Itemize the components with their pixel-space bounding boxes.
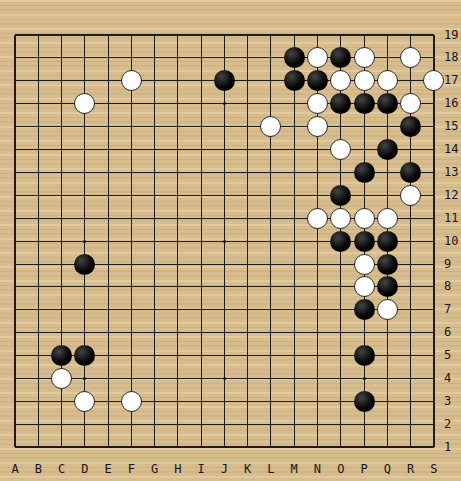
intersection-F18[interactable]: [120, 46, 143, 69]
intersection-F4[interactable]: [120, 367, 143, 390]
white-stone-Q7[interactable]: [377, 299, 398, 320]
intersection-F11[interactable]: [120, 207, 143, 230]
intersection-S5[interactable]: [422, 344, 445, 367]
intersection-A15[interactable]: [3, 115, 26, 138]
intersection-G4[interactable]: [143, 367, 166, 390]
intersection-N17[interactable]: [306, 69, 329, 92]
black-stone-Q8[interactable]: [377, 276, 398, 297]
intersection-M12[interactable]: [283, 184, 306, 207]
intersection-H5[interactable]: [166, 344, 189, 367]
intersection-R16[interactable]: [399, 92, 422, 115]
black-stone-P10[interactable]: [354, 231, 375, 252]
intersection-I16[interactable]: [190, 92, 213, 115]
black-stone-O10[interactable]: [330, 231, 351, 252]
intersection-E14[interactable]: [96, 138, 119, 161]
intersection-K11[interactable]: [236, 207, 259, 230]
intersection-N12[interactable]: [306, 184, 329, 207]
black-stone-Q14[interactable]: [377, 139, 398, 160]
intersection-P15[interactable]: [352, 115, 375, 138]
intersection-C5[interactable]: [50, 344, 73, 367]
intersection-N2[interactable]: [306, 413, 329, 436]
intersection-L9[interactable]: [259, 253, 282, 276]
intersection-L2[interactable]: [259, 413, 282, 436]
intersection-R13[interactable]: [399, 161, 422, 184]
intersection-O3[interactable]: [329, 390, 352, 413]
intersection-K6[interactable]: [236, 321, 259, 344]
intersection-S18[interactable]: [422, 46, 445, 69]
intersection-C18[interactable]: [50, 46, 73, 69]
intersection-C12[interactable]: [50, 184, 73, 207]
intersection-K15[interactable]: [236, 115, 259, 138]
intersection-E6[interactable]: [96, 321, 119, 344]
intersection-F13[interactable]: [120, 161, 143, 184]
intersection-F17[interactable]: [120, 69, 143, 92]
intersection-R8[interactable]: [399, 275, 422, 298]
intersection-K2[interactable]: [236, 413, 259, 436]
intersection-S16[interactable]: [422, 92, 445, 115]
intersection-C9[interactable]: [50, 253, 73, 276]
intersection-Q13[interactable]: [376, 161, 399, 184]
intersection-I9[interactable]: [190, 253, 213, 276]
intersection-P17[interactable]: [352, 69, 375, 92]
intersection-L5[interactable]: [259, 344, 282, 367]
intersection-R3[interactable]: [399, 390, 422, 413]
intersection-C13[interactable]: [50, 161, 73, 184]
intersection-M3[interactable]: [283, 390, 306, 413]
intersection-P14[interactable]: [352, 138, 375, 161]
intersection-Q11[interactable]: [376, 207, 399, 230]
intersection-A7[interactable]: [3, 298, 26, 321]
intersection-E7[interactable]: [96, 298, 119, 321]
intersection-G14[interactable]: [143, 138, 166, 161]
intersection-J9[interactable]: [213, 253, 236, 276]
intersection-O14[interactable]: [329, 138, 352, 161]
intersection-S19[interactable]: [422, 24, 445, 47]
intersection-A11[interactable]: [3, 207, 26, 230]
intersection-O9[interactable]: [329, 253, 352, 276]
intersection-O17[interactable]: [329, 69, 352, 92]
white-stone-P17[interactable]: [354, 70, 375, 91]
intersection-R1[interactable]: [399, 436, 422, 459]
black-stone-Q9[interactable]: [377, 254, 398, 275]
intersection-G17[interactable]: [143, 69, 166, 92]
intersection-Q15[interactable]: [376, 115, 399, 138]
intersection-P11[interactable]: [352, 207, 375, 230]
intersection-F15[interactable]: [120, 115, 143, 138]
intersection-F2[interactable]: [120, 413, 143, 436]
intersection-K5[interactable]: [236, 344, 259, 367]
intersection-B19[interactable]: [27, 24, 50, 47]
intersection-J3[interactable]: [213, 390, 236, 413]
intersection-C6[interactable]: [50, 321, 73, 344]
intersection-L8[interactable]: [259, 275, 282, 298]
intersection-Q4[interactable]: [376, 367, 399, 390]
intersection-B11[interactable]: [27, 207, 50, 230]
intersection-L4[interactable]: [259, 367, 282, 390]
intersection-B2[interactable]: [27, 413, 50, 436]
intersection-B12[interactable]: [27, 184, 50, 207]
intersection-P8[interactable]: [352, 275, 375, 298]
intersection-M10[interactable]: [283, 230, 306, 253]
intersection-S2[interactable]: [422, 413, 445, 436]
intersection-N9[interactable]: [306, 253, 329, 276]
intersection-P3[interactable]: [352, 390, 375, 413]
intersection-H9[interactable]: [166, 253, 189, 276]
intersection-M18[interactable]: [283, 46, 306, 69]
intersection-H17[interactable]: [166, 69, 189, 92]
intersection-R11[interactable]: [399, 207, 422, 230]
intersection-P1[interactable]: [352, 436, 375, 459]
intersection-D3[interactable]: [73, 390, 96, 413]
intersection-G13[interactable]: [143, 161, 166, 184]
intersection-R12[interactable]: [399, 184, 422, 207]
intersection-M8[interactable]: [283, 275, 306, 298]
intersection-N13[interactable]: [306, 161, 329, 184]
intersection-Q18[interactable]: [376, 46, 399, 69]
intersection-D7[interactable]: [73, 298, 96, 321]
intersection-E18[interactable]: [96, 46, 119, 69]
black-stone-P7[interactable]: [354, 299, 375, 320]
intersection-O19[interactable]: [329, 24, 352, 47]
intersection-H11[interactable]: [166, 207, 189, 230]
intersection-S1[interactable]: [422, 436, 445, 459]
black-stone-O12[interactable]: [330, 185, 351, 206]
intersection-J12[interactable]: [213, 184, 236, 207]
intersection-J11[interactable]: [213, 207, 236, 230]
intersection-N16[interactable]: [306, 92, 329, 115]
intersection-L10[interactable]: [259, 230, 282, 253]
intersection-E3[interactable]: [96, 390, 119, 413]
intersection-R17[interactable]: [399, 69, 422, 92]
intersection-O7[interactable]: [329, 298, 352, 321]
intersection-R5[interactable]: [399, 344, 422, 367]
intersection-F12[interactable]: [120, 184, 143, 207]
intersection-D8[interactable]: [73, 275, 96, 298]
intersection-D5[interactable]: [73, 344, 96, 367]
intersection-L14[interactable]: [259, 138, 282, 161]
intersection-M17[interactable]: [283, 69, 306, 92]
intersection-E11[interactable]: [96, 207, 119, 230]
intersection-C11[interactable]: [50, 207, 73, 230]
intersection-D14[interactable]: [73, 138, 96, 161]
intersection-J15[interactable]: [213, 115, 236, 138]
intersection-I19[interactable]: [190, 24, 213, 47]
intersection-M15[interactable]: [283, 115, 306, 138]
intersection-M14[interactable]: [283, 138, 306, 161]
intersection-E4[interactable]: [96, 367, 119, 390]
intersection-E8[interactable]: [96, 275, 119, 298]
intersection-M4[interactable]: [283, 367, 306, 390]
intersection-C7[interactable]: [50, 298, 73, 321]
white-stone-O17[interactable]: [330, 70, 351, 91]
intersection-C2[interactable]: [50, 413, 73, 436]
intersection-B10[interactable]: [27, 230, 50, 253]
intersection-J7[interactable]: [213, 298, 236, 321]
intersection-P6[interactable]: [352, 321, 375, 344]
intersection-I13[interactable]: [190, 161, 213, 184]
intersection-Q10[interactable]: [376, 230, 399, 253]
white-stone-Q17[interactable]: [377, 70, 398, 91]
intersection-H19[interactable]: [166, 24, 189, 47]
intersection-Q17[interactable]: [376, 69, 399, 92]
intersection-G7[interactable]: [143, 298, 166, 321]
intersection-I5[interactable]: [190, 344, 213, 367]
intersection-B16[interactable]: [27, 92, 50, 115]
intersection-M2[interactable]: [283, 413, 306, 436]
intersection-D12[interactable]: [73, 184, 96, 207]
white-stone-Q11[interactable]: [377, 208, 398, 229]
white-stone-P9[interactable]: [354, 254, 375, 275]
intersection-C4[interactable]: [50, 367, 73, 390]
intersection-B15[interactable]: [27, 115, 50, 138]
intersection-B4[interactable]: [27, 367, 50, 390]
intersection-K14[interactable]: [236, 138, 259, 161]
intersection-P7[interactable]: [352, 298, 375, 321]
intersection-I6[interactable]: [190, 321, 213, 344]
intersection-H4[interactable]: [166, 367, 189, 390]
black-stone-Q10[interactable]: [377, 231, 398, 252]
intersection-Q14[interactable]: [376, 138, 399, 161]
white-stone-R12[interactable]: [400, 185, 421, 206]
white-stone-R18[interactable]: [400, 47, 421, 68]
intersection-E9[interactable]: [96, 253, 119, 276]
intersection-A2[interactable]: [3, 413, 26, 436]
black-stone-M17[interactable]: [284, 70, 305, 91]
intersection-H10[interactable]: [166, 230, 189, 253]
intersection-F1[interactable]: [120, 436, 143, 459]
black-stone-P5[interactable]: [354, 345, 375, 366]
intersection-R6[interactable]: [399, 321, 422, 344]
intersection-O12[interactable]: [329, 184, 352, 207]
intersection-F8[interactable]: [120, 275, 143, 298]
intersection-S10[interactable]: [422, 230, 445, 253]
intersection-J2[interactable]: [213, 413, 236, 436]
intersection-O1[interactable]: [329, 436, 352, 459]
white-stone-P18[interactable]: [354, 47, 375, 68]
intersection-Q6[interactable]: [376, 321, 399, 344]
intersection-P12[interactable]: [352, 184, 375, 207]
intersection-I4[interactable]: [190, 367, 213, 390]
intersection-Q19[interactable]: [376, 24, 399, 47]
intersection-Q12[interactable]: [376, 184, 399, 207]
intersection-A18[interactable]: [3, 46, 26, 69]
intersection-G5[interactable]: [143, 344, 166, 367]
intersection-D4[interactable]: [73, 367, 96, 390]
intersection-M9[interactable]: [283, 253, 306, 276]
intersection-I15[interactable]: [190, 115, 213, 138]
white-stone-D3[interactable]: [74, 391, 95, 412]
white-stone-P8[interactable]: [354, 276, 375, 297]
intersection-I14[interactable]: [190, 138, 213, 161]
black-stone-D9[interactable]: [74, 254, 95, 275]
intersection-D19[interactable]: [73, 24, 96, 47]
intersection-O18[interactable]: [329, 46, 352, 69]
intersection-K13[interactable]: [236, 161, 259, 184]
intersection-L17[interactable]: [259, 69, 282, 92]
black-stone-M18[interactable]: [284, 47, 305, 68]
intersection-R15[interactable]: [399, 115, 422, 138]
intersection-N19[interactable]: [306, 24, 329, 47]
intersection-R7[interactable]: [399, 298, 422, 321]
intersection-D18[interactable]: [73, 46, 96, 69]
intersection-M6[interactable]: [283, 321, 306, 344]
white-stone-P11[interactable]: [354, 208, 375, 229]
white-stone-N15[interactable]: [307, 116, 328, 137]
black-stone-D5[interactable]: [74, 345, 95, 366]
intersection-K17[interactable]: [236, 69, 259, 92]
intersection-E13[interactable]: [96, 161, 119, 184]
intersection-A3[interactable]: [3, 390, 26, 413]
intersection-B8[interactable]: [27, 275, 50, 298]
intersection-H14[interactable]: [166, 138, 189, 161]
white-stone-L15[interactable]: [260, 116, 281, 137]
intersection-P13[interactable]: [352, 161, 375, 184]
intersection-S6[interactable]: [422, 321, 445, 344]
intersection-F14[interactable]: [120, 138, 143, 161]
intersection-J10[interactable]: [213, 230, 236, 253]
intersection-P10[interactable]: [352, 230, 375, 253]
intersection-O10[interactable]: [329, 230, 352, 253]
intersection-P4[interactable]: [352, 367, 375, 390]
intersection-H13[interactable]: [166, 161, 189, 184]
intersection-J8[interactable]: [213, 275, 236, 298]
intersection-S3[interactable]: [422, 390, 445, 413]
intersection-E15[interactable]: [96, 115, 119, 138]
intersection-E17[interactable]: [96, 69, 119, 92]
intersection-M16[interactable]: [283, 92, 306, 115]
intersection-K4[interactable]: [236, 367, 259, 390]
intersection-D9[interactable]: [73, 253, 96, 276]
intersection-Q8[interactable]: [376, 275, 399, 298]
black-stone-C5[interactable]: [51, 345, 72, 366]
intersection-A1[interactable]: [3, 436, 26, 459]
intersection-I3[interactable]: [190, 390, 213, 413]
intersection-Q16[interactable]: [376, 92, 399, 115]
intersection-Q2[interactable]: [376, 413, 399, 436]
intersection-B18[interactable]: [27, 46, 50, 69]
black-stone-J17[interactable]: [214, 70, 235, 91]
intersection-A19[interactable]: [3, 24, 26, 47]
intersection-I1[interactable]: [190, 436, 213, 459]
intersection-I8[interactable]: [190, 275, 213, 298]
intersection-M7[interactable]: [283, 298, 306, 321]
intersection-I12[interactable]: [190, 184, 213, 207]
intersection-D11[interactable]: [73, 207, 96, 230]
intersection-S12[interactable]: [422, 184, 445, 207]
intersection-K16[interactable]: [236, 92, 259, 115]
white-stone-F3[interactable]: [121, 391, 142, 412]
intersection-K3[interactable]: [236, 390, 259, 413]
intersection-D16[interactable]: [73, 92, 96, 115]
intersection-D17[interactable]: [73, 69, 96, 92]
intersection-A16[interactable]: [3, 92, 26, 115]
intersection-Q7[interactable]: [376, 298, 399, 321]
intersection-H18[interactable]: [166, 46, 189, 69]
intersection-G2[interactable]: [143, 413, 166, 436]
intersection-P2[interactable]: [352, 413, 375, 436]
intersection-S14[interactable]: [422, 138, 445, 161]
intersection-I7[interactable]: [190, 298, 213, 321]
intersection-O2[interactable]: [329, 413, 352, 436]
intersection-G19[interactable]: [143, 24, 166, 47]
intersection-B13[interactable]: [27, 161, 50, 184]
intersection-K1[interactable]: [236, 436, 259, 459]
intersection-A9[interactable]: [3, 253, 26, 276]
intersection-A17[interactable]: [3, 69, 26, 92]
intersection-B5[interactable]: [27, 344, 50, 367]
intersection-C8[interactable]: [50, 275, 73, 298]
intersection-P16[interactable]: [352, 92, 375, 115]
intersection-I11[interactable]: [190, 207, 213, 230]
intersection-H6[interactable]: [166, 321, 189, 344]
intersection-S13[interactable]: [422, 161, 445, 184]
intersection-Q5[interactable]: [376, 344, 399, 367]
white-stone-N11[interactable]: [307, 208, 328, 229]
black-stone-P3[interactable]: [354, 391, 375, 412]
intersection-G3[interactable]: [143, 390, 166, 413]
intersection-H1[interactable]: [166, 436, 189, 459]
intersection-N15[interactable]: [306, 115, 329, 138]
intersection-L16[interactable]: [259, 92, 282, 115]
intersection-E16[interactable]: [96, 92, 119, 115]
intersection-R4[interactable]: [399, 367, 422, 390]
intersection-L7[interactable]: [259, 298, 282, 321]
intersection-L19[interactable]: [259, 24, 282, 47]
intersection-N1[interactable]: [306, 436, 329, 459]
intersection-C3[interactable]: [50, 390, 73, 413]
intersection-H2[interactable]: [166, 413, 189, 436]
intersection-J16[interactable]: [213, 92, 236, 115]
white-stone-R16[interactable]: [400, 93, 421, 114]
intersection-D6[interactable]: [73, 321, 96, 344]
intersection-Q3[interactable]: [376, 390, 399, 413]
intersection-M13[interactable]: [283, 161, 306, 184]
intersection-A13[interactable]: [3, 161, 26, 184]
white-stone-N18[interactable]: [307, 47, 328, 68]
intersection-D10[interactable]: [73, 230, 96, 253]
intersection-M1[interactable]: [283, 436, 306, 459]
intersection-F7[interactable]: [120, 298, 143, 321]
intersection-K18[interactable]: [236, 46, 259, 69]
black-stone-O18[interactable]: [330, 47, 351, 68]
intersection-S9[interactable]: [422, 253, 445, 276]
intersection-A4[interactable]: [3, 367, 26, 390]
intersection-A5[interactable]: [3, 344, 26, 367]
intersection-J14[interactable]: [213, 138, 236, 161]
intersection-R2[interactable]: [399, 413, 422, 436]
intersection-K10[interactable]: [236, 230, 259, 253]
intersection-K7[interactable]: [236, 298, 259, 321]
intersection-G1[interactable]: [143, 436, 166, 459]
intersection-N3[interactable]: [306, 390, 329, 413]
intersection-H3[interactable]: [166, 390, 189, 413]
white-stone-O11[interactable]: [330, 208, 351, 229]
intersection-A10[interactable]: [3, 230, 26, 253]
intersection-E12[interactable]: [96, 184, 119, 207]
intersection-S4[interactable]: [422, 367, 445, 390]
intersection-A12[interactable]: [3, 184, 26, 207]
intersection-S17[interactable]: [422, 69, 445, 92]
white-stone-F17[interactable]: [121, 70, 142, 91]
intersection-B7[interactable]: [27, 298, 50, 321]
intersection-C19[interactable]: [50, 24, 73, 47]
intersection-R10[interactable]: [399, 230, 422, 253]
intersection-G6[interactable]: [143, 321, 166, 344]
intersection-J17[interactable]: [213, 69, 236, 92]
intersection-E5[interactable]: [96, 344, 119, 367]
intersection-I10[interactable]: [190, 230, 213, 253]
intersection-L3[interactable]: [259, 390, 282, 413]
